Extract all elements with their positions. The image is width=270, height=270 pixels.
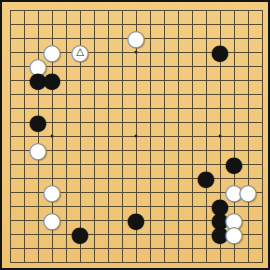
intersection-H5[interactable] — [101, 199, 115, 213]
intersection-N16[interactable] — [171, 45, 185, 59]
intersection-J2[interactable] — [115, 241, 129, 255]
intersection-F6[interactable] — [73, 185, 87, 199]
intersection-A9[interactable] — [3, 143, 17, 157]
intersection-B7[interactable] — [17, 171, 31, 185]
intersection-N6[interactable] — [171, 185, 185, 199]
intersection-T10[interactable] — [255, 129, 269, 143]
intersection-G1[interactable] — [87, 255, 101, 269]
intersection-K2[interactable] — [129, 241, 143, 255]
star-point — [135, 51, 138, 54]
intersection-H7[interactable] — [101, 171, 115, 185]
intersection-J1[interactable] — [115, 255, 129, 269]
intersection-R1[interactable] — [227, 255, 241, 269]
intersection-N9[interactable] — [171, 143, 185, 157]
intersection-M7[interactable] — [157, 171, 171, 185]
intersection-N13[interactable] — [171, 87, 185, 101]
intersection-N15[interactable] — [171, 59, 185, 73]
intersection-A11[interactable] — [3, 115, 17, 129]
intersection-H13[interactable] — [101, 87, 115, 101]
intersection-K6[interactable] — [129, 185, 143, 199]
intersection-A15[interactable] — [3, 59, 17, 73]
intersection-Q19[interactable] — [213, 3, 227, 17]
intersection-N2[interactable] — [171, 241, 185, 255]
intersection-A14[interactable] — [3, 73, 17, 87]
intersection-A17[interactable] — [3, 31, 17, 45]
intersection-M10[interactable] — [157, 129, 171, 143]
intersection-P14[interactable] — [199, 73, 213, 87]
intersection-G12[interactable] — [87, 101, 101, 115]
intersection-J10[interactable] — [115, 129, 129, 143]
intersection-P18[interactable] — [199, 17, 213, 31]
intersection-O9[interactable] — [185, 143, 199, 157]
intersection-B1[interactable] — [17, 255, 31, 269]
intersection-R13[interactable] — [227, 87, 241, 101]
intersection-S19[interactable] — [241, 3, 255, 17]
intersection-F19[interactable] — [73, 3, 87, 17]
intersection-C2[interactable] — [31, 241, 45, 255]
intersection-O5[interactable] — [185, 199, 199, 213]
intersection-L1[interactable] — [143, 255, 157, 269]
intersection-L9[interactable] — [143, 143, 157, 157]
intersection-P19[interactable] — [199, 3, 213, 17]
intersection-F12[interactable] — [73, 101, 87, 115]
intersection-G7[interactable] — [87, 171, 101, 185]
intersection-F14[interactable] — [73, 73, 87, 87]
intersection-O17[interactable] — [185, 31, 199, 45]
intersection-L11[interactable] — [143, 115, 157, 129]
intersection-B5[interactable] — [17, 199, 31, 213]
white-stone: ● — [227, 227, 241, 241]
white-stone: ● — [129, 31, 143, 45]
intersection-B18[interactable] — [17, 17, 31, 31]
intersection-B4[interactable] — [17, 213, 31, 227]
intersection-N12[interactable] — [171, 101, 185, 115]
intersection-G9[interactable] — [87, 143, 101, 157]
intersection-E10[interactable] — [59, 129, 73, 143]
black-stone: ● — [213, 45, 227, 59]
intersection-H11[interactable] — [101, 115, 115, 129]
intersection-R18[interactable] — [227, 17, 241, 31]
intersection-F7[interactable] — [73, 171, 87, 185]
intersection-S11[interactable] — [241, 115, 255, 129]
intersection-E18[interactable] — [59, 17, 73, 31]
intersection-T18[interactable] — [255, 17, 269, 31]
intersection-R19[interactable] — [227, 3, 241, 17]
intersection-S16[interactable] — [241, 45, 255, 59]
intersection-T11[interactable] — [255, 115, 269, 129]
intersection-J11[interactable] — [115, 115, 129, 129]
intersection-L2[interactable] — [143, 241, 157, 255]
intersection-K13[interactable] — [129, 87, 143, 101]
intersection-O10[interactable] — [185, 129, 199, 143]
intersection-H9[interactable] — [101, 143, 115, 157]
intersection-S18[interactable] — [241, 17, 255, 31]
intersection-O11[interactable] — [185, 115, 199, 129]
intersection-O15[interactable] — [185, 59, 199, 73]
intersection-H17[interactable] — [101, 31, 115, 45]
intersection-E19[interactable] — [59, 3, 73, 17]
intersection-H6[interactable] — [101, 185, 115, 199]
intersection-K4[interactable]: ● — [129, 213, 143, 227]
intersection-H10[interactable] — [101, 129, 115, 143]
intersection-S17[interactable] — [241, 31, 255, 45]
intersection-C11[interactable]: ● — [31, 115, 45, 129]
intersection-C9[interactable]: ● — [31, 143, 45, 157]
intersection-L10[interactable] — [143, 129, 157, 143]
intersection-E12[interactable] — [59, 101, 73, 115]
intersection-M2[interactable] — [157, 241, 171, 255]
intersection-N18[interactable] — [171, 17, 185, 31]
intersection-P13[interactable] — [199, 87, 213, 101]
intersection-G11[interactable] — [87, 115, 101, 129]
intersection-S10[interactable] — [241, 129, 255, 143]
intersection-D19[interactable] — [45, 3, 59, 17]
intersection-P12[interactable] — [199, 101, 213, 115]
intersection-A6[interactable] — [3, 185, 17, 199]
intersection-B17[interactable] — [17, 31, 31, 45]
intersection-L12[interactable] — [143, 101, 157, 115]
intersection-J12[interactable] — [115, 101, 129, 115]
intersection-K17[interactable]: ● — [129, 31, 143, 45]
intersection-O4[interactable] — [185, 213, 199, 227]
intersection-O13[interactable] — [185, 87, 199, 101]
intersection-F11[interactable] — [73, 115, 87, 129]
intersection-D1[interactable] — [45, 255, 59, 269]
intersection-O18[interactable] — [185, 17, 199, 31]
intersection-S13[interactable] — [241, 87, 255, 101]
intersection-J19[interactable] — [115, 3, 129, 17]
intersection-K7[interactable] — [129, 171, 143, 185]
intersection-H18[interactable] — [101, 17, 115, 31]
intersection-M9[interactable] — [157, 143, 171, 157]
intersection-T3[interactable] — [255, 227, 269, 241]
intersection-A19[interactable] — [3, 3, 17, 17]
intersection-A3[interactable] — [3, 227, 17, 241]
intersection-M19[interactable] — [157, 3, 171, 17]
intersection-Q18[interactable] — [213, 17, 227, 31]
intersection-G10[interactable] — [87, 129, 101, 143]
intersection-S14[interactable] — [241, 73, 255, 87]
intersection-H4[interactable] — [101, 213, 115, 227]
intersection-M12[interactable] — [157, 101, 171, 115]
intersection-P11[interactable] — [199, 115, 213, 129]
intersection-K14[interactable] — [129, 73, 143, 87]
intersection-G14[interactable] — [87, 73, 101, 87]
intersection-N5[interactable] — [171, 199, 185, 213]
intersection-L14[interactable] — [143, 73, 157, 87]
intersection-S6[interactable]: ● — [241, 185, 255, 199]
intersection-L19[interactable] — [143, 3, 157, 17]
intersection-T14[interactable] — [255, 73, 269, 87]
intersection-O3[interactable] — [185, 227, 199, 241]
intersection-D18[interactable] — [45, 17, 59, 31]
intersection-E11[interactable] — [59, 115, 73, 129]
black-stone: ● — [31, 115, 45, 129]
intersection-F3[interactable]: ● — [73, 227, 87, 241]
intersection-M8[interactable] — [157, 157, 171, 171]
white-stone: ● — [45, 213, 59, 227]
intersection-J13[interactable] — [115, 87, 129, 101]
intersection-A7[interactable] — [3, 171, 17, 185]
intersection-Q11[interactable] — [213, 115, 227, 129]
intersection-O14[interactable] — [185, 73, 199, 87]
intersection-D14[interactable]: ● — [45, 73, 59, 87]
intersection-A1[interactable] — [3, 255, 17, 269]
intersection-F1[interactable] — [73, 255, 87, 269]
intersection-H19[interactable] — [101, 3, 115, 17]
intersection-G6[interactable] — [87, 185, 101, 199]
intersection-M16[interactable] — [157, 45, 171, 59]
black-stone: ● — [227, 157, 241, 171]
intersection-K8[interactable] — [129, 157, 143, 171]
intersection-O2[interactable] — [185, 241, 199, 255]
intersection-C19[interactable] — [31, 3, 45, 17]
intersection-F18[interactable] — [73, 17, 87, 31]
intersection-O1[interactable] — [185, 255, 199, 269]
intersection-M3[interactable] — [157, 227, 171, 241]
intersection-J6[interactable] — [115, 185, 129, 199]
intersection-T15[interactable] — [255, 59, 269, 73]
black-stone: ● — [45, 73, 59, 87]
intersection-O12[interactable] — [185, 101, 199, 115]
intersection-G19[interactable] — [87, 3, 101, 17]
intersection-Q1[interactable] — [213, 255, 227, 269]
intersection-K12[interactable] — [129, 101, 143, 115]
intersection-A16[interactable] — [3, 45, 17, 59]
intersection-R14[interactable] — [227, 73, 241, 87]
intersection-P1[interactable] — [199, 255, 213, 269]
intersection-N1[interactable] — [171, 255, 185, 269]
intersection-R11[interactable] — [227, 115, 241, 129]
intersection-O16[interactable] — [185, 45, 199, 59]
intersection-C18[interactable] — [31, 17, 45, 31]
intersection-T16[interactable] — [255, 45, 269, 59]
intersection-D2[interactable] — [45, 241, 59, 255]
intersection-J15[interactable] — [115, 59, 129, 73]
intersection-E9[interactable] — [59, 143, 73, 157]
intersection-L7[interactable] — [143, 171, 157, 185]
intersection-B2[interactable] — [17, 241, 31, 255]
intersection-T17[interactable] — [255, 31, 269, 45]
intersection-J7[interactable] — [115, 171, 129, 185]
intersection-M11[interactable] — [157, 115, 171, 129]
intersection-A18[interactable] — [3, 17, 17, 31]
intersection-J9[interactable] — [115, 143, 129, 157]
intersection-P10[interactable] — [199, 129, 213, 143]
intersection-T12[interactable] — [255, 101, 269, 115]
intersection-E1[interactable] — [59, 255, 73, 269]
intersection-F5[interactable] — [73, 199, 87, 213]
intersection-B19[interactable] — [17, 3, 31, 17]
intersection-P7[interactable]: ● — [199, 171, 213, 185]
intersection-R12[interactable] — [227, 101, 241, 115]
go-board-screenshot: ●●●△●●●●●●●●●●●●●●●●●●● — [0, 0, 270, 270]
intersection-T2[interactable] — [255, 241, 269, 255]
intersection-A8[interactable] — [3, 157, 17, 171]
intersection-G5[interactable] — [87, 199, 101, 213]
intersection-B6[interactable] — [17, 185, 31, 199]
white-stone: ● — [31, 143, 45, 157]
intersection-T9[interactable] — [255, 143, 269, 157]
intersection-G13[interactable] — [87, 87, 101, 101]
intersection-L15[interactable] — [143, 59, 157, 73]
intersection-D4[interactable]: ● — [45, 213, 59, 227]
intersection-T19[interactable] — [255, 3, 269, 17]
intersection-E8[interactable] — [59, 157, 73, 171]
intersection-T8[interactable] — [255, 157, 269, 171]
intersection-M15[interactable] — [157, 59, 171, 73]
intersection-Q10[interactable] — [213, 129, 227, 143]
intersection-K19[interactable] — [129, 3, 143, 17]
triangle-marker: △ — [76, 47, 84, 57]
black-stone: ● — [129, 213, 143, 227]
intersection-R10[interactable] — [227, 129, 241, 143]
black-stone: ● — [73, 227, 87, 241]
intersection-B3[interactable] — [17, 227, 31, 241]
star-point — [135, 135, 138, 138]
intersection-N4[interactable] — [171, 213, 185, 227]
intersection-H12[interactable] — [101, 101, 115, 115]
intersection-S12[interactable] — [241, 101, 255, 115]
star-point — [219, 135, 222, 138]
intersection-N14[interactable] — [171, 73, 185, 87]
intersection-R3[interactable]: ● — [227, 227, 241, 241]
intersection-H1[interactable] — [101, 255, 115, 269]
intersection-F10[interactable] — [73, 129, 87, 143]
intersection-M5[interactable] — [157, 199, 171, 213]
intersection-K10[interactable] — [129, 129, 143, 143]
intersection-N7[interactable] — [171, 171, 185, 185]
intersection-J14[interactable] — [115, 73, 129, 87]
intersection-T13[interactable] — [255, 87, 269, 101]
intersection-G8[interactable] — [87, 157, 101, 171]
intersection-C1[interactable] — [31, 255, 45, 269]
intersection-M18[interactable] — [157, 17, 171, 31]
intersection-D6[interactable]: ● — [45, 185, 59, 199]
intersection-M13[interactable] — [157, 87, 171, 101]
intersection-H15[interactable] — [101, 59, 115, 73]
intersection-F9[interactable] — [73, 143, 87, 157]
intersection-L6[interactable] — [143, 185, 157, 199]
intersection-N8[interactable] — [171, 157, 185, 171]
intersection-M14[interactable] — [157, 73, 171, 87]
intersection-O19[interactable] — [185, 3, 199, 17]
intersection-R8[interactable]: ● — [227, 157, 241, 171]
black-stone: ● — [199, 171, 213, 185]
intersection-T1[interactable] — [255, 255, 269, 269]
intersection-K1[interactable] — [129, 255, 143, 269]
intersection-A12[interactable] — [3, 101, 17, 115]
intersection-A2[interactable] — [3, 241, 17, 255]
intersection-H16[interactable] — [101, 45, 115, 59]
intersection-S15[interactable] — [241, 59, 255, 73]
intersection-Q16[interactable]: ● — [213, 45, 227, 59]
intersection-Q14[interactable] — [213, 73, 227, 87]
intersection-N10[interactable] — [171, 129, 185, 143]
intersection-A5[interactable] — [3, 199, 17, 213]
goban: ●●●△●●●●●●●●●●●●●●●●●●● — [0, 0, 270, 270]
intersection-G18[interactable] — [87, 17, 101, 31]
intersection-N11[interactable] — [171, 115, 185, 129]
white-stone: ● — [241, 185, 255, 199]
intersection-F13[interactable] — [73, 87, 87, 101]
intersection-L13[interactable] — [143, 87, 157, 101]
intersection-M17[interactable] — [157, 31, 171, 45]
intersection-Q12[interactable] — [213, 101, 227, 115]
white-stone: ● — [45, 185, 59, 199]
intersection-K15[interactable] — [129, 59, 143, 73]
intersection-M4[interactable] — [157, 213, 171, 227]
intersection-H8[interactable] — [101, 157, 115, 171]
intersection-F16[interactable]: ●△ — [73, 45, 87, 59]
intersection-T4[interactable] — [255, 213, 269, 227]
intersection-M6[interactable] — [157, 185, 171, 199]
intersection-H2[interactable] — [101, 241, 115, 255]
intersection-F8[interactable] — [73, 157, 87, 171]
star-point — [51, 135, 54, 138]
intersection-N17[interactable] — [171, 31, 185, 45]
intersection-N3[interactable] — [171, 227, 185, 241]
intersection-P9[interactable] — [199, 143, 213, 157]
intersection-Q13[interactable] — [213, 87, 227, 101]
intersection-S1[interactable] — [241, 255, 255, 269]
intersection-H3[interactable] — [101, 227, 115, 241]
intersection-K11[interactable] — [129, 115, 143, 129]
intersection-J8[interactable] — [115, 157, 129, 171]
intersection-N19[interactable] — [171, 3, 185, 17]
intersection-M1[interactable] — [157, 255, 171, 269]
intersection-L8[interactable] — [143, 157, 157, 171]
goban-grid: ●●●△●●●●●●●●●●●●●●●●●●● — [3, 3, 269, 269]
intersection-A13[interactable] — [3, 87, 17, 101]
intersection-A4[interactable] — [3, 213, 17, 227]
intersection-K9[interactable] — [129, 143, 143, 157]
intersection-A10[interactable] — [3, 129, 17, 143]
intersection-H14[interactable] — [101, 73, 115, 87]
